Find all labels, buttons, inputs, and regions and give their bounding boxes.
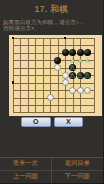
stone-triangle-mark: △ <box>84 72 91 79</box>
territory-triangle-mark: ▲ <box>77 57 84 64</box>
territory-triangle-mark: ▲ <box>69 57 76 64</box>
stone-triangle-mark: △ <box>69 72 76 79</box>
white-stone <box>62 79 69 86</box>
black-stone: △ <box>84 72 91 79</box>
answer-x-button[interactable]: X <box>54 117 84 128</box>
answer-o-button[interactable]: O <box>21 117 51 128</box>
black-stone: △ <box>77 72 84 79</box>
instructions: 如果黑白双方为和棋，请点击○， 否则请点击×。 <box>3 19 101 32</box>
black-stone <box>77 49 84 56</box>
star-point <box>12 81 14 83</box>
answer-buttons: O X <box>21 117 83 128</box>
black-stone <box>62 49 69 56</box>
black-stone <box>54 57 61 64</box>
star-point <box>12 37 14 39</box>
star-point <box>64 37 66 39</box>
go-board: ▲▲▲△△△△ <box>9 35 102 116</box>
territory-triangle-mark: ▲ <box>84 57 91 64</box>
instruction-line-2: 否则请点击×。 <box>3 25 101 31</box>
black-stone: △ <box>69 64 76 71</box>
white-stone <box>62 72 69 79</box>
white-stone <box>77 87 84 94</box>
stone-triangle-mark: △ <box>69 64 76 71</box>
white-stone <box>69 87 76 94</box>
nav-back-to-menu[interactable]: 返回目录 <box>52 158 104 171</box>
footer-nav: 重来一次 返回目录 上一问题 下一问题 <box>0 157 103 183</box>
nav-previous-problem[interactable]: 上一问题 <box>0 171 52 184</box>
black-stone: △ <box>69 72 76 79</box>
nav-next-problem[interactable]: 下一问题 <box>52 171 104 184</box>
nav-retry[interactable]: 重来一次 <box>0 158 52 171</box>
app-screen: 17. 和棋 如果黑白双方为和棋，请点击○， 否则请点击×。 ▲▲▲△△△△ O… <box>0 0 103 183</box>
stone-triangle-mark: △ <box>77 72 84 79</box>
white-stone <box>47 94 54 101</box>
page-title: 17. 和棋 <box>0 4 103 16</box>
white-stone <box>84 87 91 94</box>
